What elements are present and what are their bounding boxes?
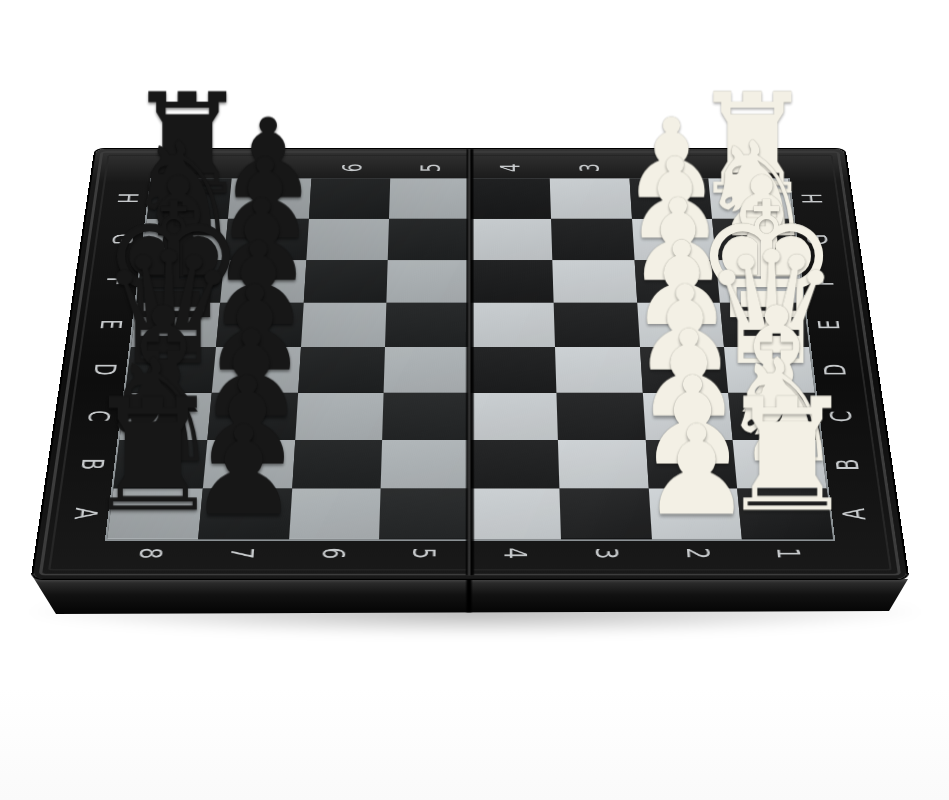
square-c5[interactable]	[382, 393, 470, 440]
square-f6[interactable]	[303, 260, 388, 303]
square-h3[interactable]	[550, 178, 632, 218]
square-d3[interactable]	[555, 347, 643, 393]
square-e6[interactable]	[301, 303, 387, 347]
square-a3[interactable]	[559, 489, 651, 540]
square-h6[interactable]	[308, 178, 390, 218]
square-d4[interactable]	[470, 347, 556, 393]
square-a4[interactable]	[470, 489, 561, 540]
checker-grid: ♜♟♟♜♞♟♟♞♝♟♟♝♚♟♟♚♛♟♟♛♝♟♟♝♞♟♟♞♜♟♟♜	[105, 178, 835, 541]
square-d6[interactable]	[298, 347, 386, 393]
square-c6[interactable]	[295, 393, 384, 440]
square-e3[interactable]	[553, 303, 639, 347]
scene: 87654321 87654321 HGFEDCBA HGFEDCBA ♜♟♟♜…	[0, 0, 949, 800]
square-g4[interactable]	[470, 219, 552, 260]
square-a1[interactable]: ♜	[737, 489, 832, 540]
black-pawn-a7[interactable]: ♟	[188, 409, 299, 533]
square-h5[interactable]	[389, 178, 470, 218]
product-photo: 87654321 87654321 HGFEDCBA HGFEDCBA ♜♟♟♜…	[0, 0, 949, 800]
square-g5[interactable]	[388, 219, 470, 260]
square-f3[interactable]	[552, 260, 637, 303]
square-g3[interactable]	[551, 219, 634, 260]
square-f4[interactable]	[470, 260, 553, 303]
square-b4[interactable]	[470, 440, 559, 489]
square-b5[interactable]	[381, 440, 470, 489]
rank-labels-near: 87654321	[104, 541, 837, 567]
square-d5[interactable]	[384, 347, 470, 393]
square-f5[interactable]	[387, 260, 470, 303]
square-a7[interactable]: ♟	[198, 489, 292, 540]
square-b3[interactable]	[558, 440, 649, 489]
square-e5[interactable]	[385, 303, 470, 347]
square-e4[interactable]	[470, 303, 555, 347]
chess-board[interactable]: 87654321 87654321 HGFEDCBA HGFEDCBA ♜♟♟♜…	[33, 149, 907, 579]
white-rook-a1[interactable]: ♜	[717, 377, 857, 533]
square-h4[interactable]	[470, 178, 551, 218]
square-c4[interactable]	[470, 393, 558, 440]
square-c3[interactable]	[556, 393, 645, 440]
square-a5[interactable]	[379, 489, 470, 540]
square-b6[interactable]	[292, 440, 383, 489]
square-g6[interactable]	[306, 219, 389, 260]
square-a6[interactable]	[289, 489, 381, 540]
